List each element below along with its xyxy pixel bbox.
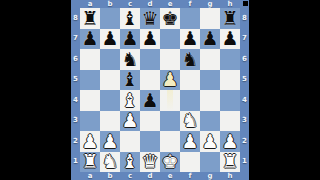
square-a4[interactable] xyxy=(80,90,100,111)
square-d4[interactable]: ♟ xyxy=(140,90,160,111)
file-label-b-bottom: b xyxy=(100,172,120,180)
rank-label-7-left: 7 xyxy=(71,29,80,50)
white-pawn[interactable]: ♟ xyxy=(221,131,238,150)
square-e2[interactable] xyxy=(160,131,180,152)
square-g7[interactable]: ♟ xyxy=(200,29,220,50)
chessboard: abcdefgh8♜♝♛♚♜87♟♟♟♟♟♟♟76♞♞65♝♟54♝♟43♟♞3… xyxy=(71,0,249,180)
file-label-e-top: e xyxy=(160,0,180,8)
black-bishop[interactable]: ♝ xyxy=(121,8,138,27)
square-c8[interactable]: ♝ xyxy=(120,8,140,29)
file-label-f-top: f xyxy=(180,0,200,8)
white-rook[interactable]: ♜ xyxy=(81,152,98,171)
rank-label-3-right: 3 xyxy=(240,111,249,132)
rank-label-5-left: 5 xyxy=(71,70,80,91)
black-pawn[interactable]: ♟ xyxy=(221,29,238,48)
square-a5[interactable] xyxy=(80,70,100,91)
square-f3[interactable]: ♞ xyxy=(180,111,200,132)
board-border-corner xyxy=(71,172,80,180)
square-f5[interactable] xyxy=(180,70,200,91)
white-pawn-highlighted[interactable]: ♟ xyxy=(161,70,178,89)
file-label-c-bottom: c xyxy=(120,172,140,180)
square-d5[interactable] xyxy=(140,70,160,91)
white-pawn[interactable]: ♟ xyxy=(121,111,138,130)
square-c7[interactable]: ♟ xyxy=(120,29,140,50)
white-pawn[interactable]: ♟ xyxy=(81,131,98,150)
black-rook[interactable]: ♜ xyxy=(81,8,98,27)
file-label-d-bottom: d xyxy=(140,172,160,180)
black-knight[interactable]: ♞ xyxy=(181,49,198,68)
square-d7[interactable]: ♟ xyxy=(140,29,160,50)
file-label-g-top: g xyxy=(200,0,220,8)
board-border-corner xyxy=(240,0,249,8)
square-h2[interactable]: ♟ xyxy=(220,131,240,152)
square-a7[interactable]: ♟ xyxy=(80,29,100,50)
file-label-g-bottom: g xyxy=(200,172,220,180)
black-pawn[interactable]: ♟ xyxy=(181,29,198,48)
square-g1[interactable] xyxy=(200,152,220,173)
square-c4[interactable]: ♝ xyxy=(120,90,140,111)
square-c5[interactable]: ♝ xyxy=(120,70,140,91)
white-pawn[interactable]: ♟ xyxy=(201,131,218,150)
square-g8[interactable] xyxy=(200,8,220,29)
white-knight[interactable]: ♞ xyxy=(181,111,198,130)
square-d8[interactable]: ♛ xyxy=(140,8,160,29)
square-e8[interactable]: ♚ xyxy=(160,8,180,29)
rank-label-6-left: 6 xyxy=(71,49,80,70)
square-e1[interactable]: ♚ xyxy=(160,152,180,173)
square-b6[interactable] xyxy=(100,49,120,70)
square-c3[interactable]: ♟ xyxy=(120,111,140,132)
square-g3[interactable] xyxy=(200,111,220,132)
square-d1[interactable]: ♛ xyxy=(140,152,160,173)
pawn-move-ghost-trail xyxy=(167,90,173,111)
square-d3[interactable] xyxy=(140,111,160,132)
square-d6[interactable] xyxy=(140,49,160,70)
square-d2[interactable] xyxy=(140,131,160,152)
square-h6[interactable] xyxy=(220,49,240,70)
square-f1[interactable] xyxy=(180,152,200,173)
black-pawn[interactable]: ♟ xyxy=(121,29,138,48)
square-a2[interactable]: ♟ xyxy=(80,131,100,152)
rank-label-5-right: 5 xyxy=(240,70,249,91)
black-pawn[interactable]: ♟ xyxy=(201,29,218,48)
rank-label-4-left: 4 xyxy=(71,90,80,111)
rank-label-8-right: 8 xyxy=(240,8,249,29)
file-label-b-top: b xyxy=(100,0,120,8)
square-b3[interactable] xyxy=(100,111,120,132)
square-b1[interactable]: ♞ xyxy=(100,152,120,173)
square-h5[interactable] xyxy=(220,70,240,91)
black-bishop[interactable]: ♝ xyxy=(121,70,138,89)
rank-label-8-left: 8 xyxy=(71,8,80,29)
square-g2[interactable]: ♟ xyxy=(200,131,220,152)
black-pawn[interactable]: ♟ xyxy=(81,29,98,48)
white-king[interactable]: ♚ xyxy=(161,152,178,171)
white-pawn[interactable]: ♟ xyxy=(101,131,118,150)
white-bishop[interactable]: ♝ xyxy=(121,90,138,109)
square-a6[interactable] xyxy=(80,49,100,70)
black-pawn[interactable]: ♟ xyxy=(101,29,118,48)
file-label-c-top: c xyxy=(120,0,140,8)
square-a3[interactable] xyxy=(80,111,100,132)
white-rook[interactable]: ♜ xyxy=(221,152,238,171)
black-pawn[interactable]: ♟ xyxy=(141,29,158,48)
rank-label-1-left: 1 xyxy=(71,152,80,173)
square-b2[interactable]: ♟ xyxy=(100,131,120,152)
square-e3[interactable] xyxy=(160,111,180,132)
square-c6[interactable]: ♞ xyxy=(120,49,140,70)
square-h8[interactable]: ♜ xyxy=(220,8,240,29)
board-border-corner xyxy=(71,0,80,8)
square-f4[interactable] xyxy=(180,90,200,111)
board-border-corner xyxy=(240,172,249,180)
square-a1[interactable]: ♜ xyxy=(80,152,100,173)
square-g5[interactable] xyxy=(200,70,220,91)
rank-label-6-right: 6 xyxy=(240,49,249,70)
square-e5[interactable]: ♟ xyxy=(160,70,180,91)
square-g4[interactable] xyxy=(200,90,220,111)
square-e6[interactable] xyxy=(160,49,180,70)
rank-label-7-right: 7 xyxy=(240,29,249,50)
square-e7[interactable] xyxy=(160,29,180,50)
black-queen[interactable]: ♛ xyxy=(141,8,158,27)
side-to-move-indicator-black xyxy=(243,1,248,6)
black-king[interactable]: ♚ xyxy=(161,8,178,27)
black-pawn[interactable]: ♟ xyxy=(141,90,158,109)
square-b5[interactable] xyxy=(100,70,120,91)
square-h1[interactable]: ♜ xyxy=(220,152,240,173)
square-f6[interactable]: ♞ xyxy=(180,49,200,70)
rank-label-2-left: 2 xyxy=(71,131,80,152)
square-b7[interactable]: ♟ xyxy=(100,29,120,50)
square-h4[interactable] xyxy=(220,90,240,111)
square-b4[interactable] xyxy=(100,90,120,111)
file-label-a-top: a xyxy=(80,0,100,8)
video-frame: { "game": "chess", "position": { "fen": … xyxy=(0,0,320,180)
square-b8[interactable] xyxy=(100,8,120,29)
file-label-d-top: d xyxy=(140,0,160,8)
black-knight[interactable]: ♞ xyxy=(121,49,138,68)
white-queen[interactable]: ♛ xyxy=(141,152,158,171)
rank-label-4-right: 4 xyxy=(240,90,249,111)
square-h3[interactable] xyxy=(220,111,240,132)
square-f7[interactable]: ♟ xyxy=(180,29,200,50)
white-knight[interactable]: ♞ xyxy=(101,152,118,171)
square-c1[interactable]: ♝ xyxy=(120,152,140,173)
square-f8[interactable] xyxy=(180,8,200,29)
file-label-e-bottom: e xyxy=(160,172,180,180)
rank-label-3-left: 3 xyxy=(71,111,80,132)
square-a8[interactable]: ♜ xyxy=(80,8,100,29)
square-h7[interactable]: ♟ xyxy=(220,29,240,50)
square-c2[interactable] xyxy=(120,131,140,152)
rank-label-2-right: 2 xyxy=(240,131,249,152)
square-f2[interactable]: ♟ xyxy=(180,131,200,152)
file-label-h-top: h xyxy=(220,0,240,8)
white-bishop[interactable]: ♝ xyxy=(121,152,138,171)
file-label-f-bottom: f xyxy=(180,172,200,180)
file-label-a-bottom: a xyxy=(80,172,100,180)
rank-label-1-right: 1 xyxy=(240,152,249,173)
white-pawn[interactable]: ♟ xyxy=(181,131,198,150)
black-rook[interactable]: ♜ xyxy=(221,8,238,27)
file-label-h-bottom: h xyxy=(220,172,240,180)
square-g6[interactable] xyxy=(200,49,220,70)
square-e4[interactable] xyxy=(160,90,180,111)
